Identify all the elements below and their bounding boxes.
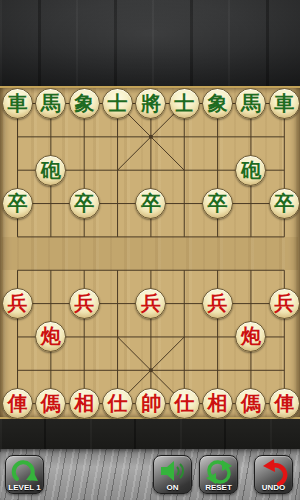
undo-button[interactable]: UNDO [254, 455, 293, 494]
piece-red-soldier-4[interactable]: 兵 [202, 288, 233, 319]
level-button[interactable]: LEVEL 1 [5, 455, 44, 494]
reset-button[interactable]: RESET [199, 455, 238, 494]
level-button-label: LEVEL 1 [6, 483, 43, 492]
reset-button-label: RESET [200, 483, 237, 492]
sound-button[interactable]: ON [153, 455, 192, 494]
xiangqi-app-screen: 車馬象士將士象馬車砲砲卒卒卒卒卒兵兵兵兵兵炮炮俥傌相仕帥仕相傌俥 LEVEL 1… [0, 0, 300, 500]
piece-black-elephant-right[interactable]: 象 [202, 88, 233, 119]
piece-black-soldier-4[interactable]: 卒 [202, 188, 233, 219]
piece-red-soldier-1[interactable]: 兵 [2, 288, 33, 319]
piece-black-chariot-left[interactable]: 車 [2, 88, 33, 119]
piece-red-advisor-left[interactable]: 仕 [102, 388, 133, 419]
refresh-icon [204, 458, 234, 486]
piece-black-chariot-right[interactable]: 車 [269, 88, 300, 119]
piece-red-advisor-right[interactable]: 仕 [169, 388, 200, 419]
piece-black-soldier-5[interactable]: 卒 [269, 188, 300, 219]
redo-arrow-icon [10, 458, 40, 486]
lower-dark-wood-strip [0, 419, 300, 449]
board-grid [0, 88, 300, 417]
piece-red-soldier-2[interactable]: 兵 [69, 288, 100, 319]
piece-red-chariot-left[interactable]: 俥 [2, 388, 33, 419]
piece-red-chariot-right[interactable]: 俥 [269, 388, 300, 419]
piece-black-soldier-1[interactable]: 卒 [2, 188, 33, 219]
control-bar: LEVEL 1 ON RESET UNDO [0, 449, 300, 500]
undo-button-label: UNDO [255, 483, 292, 492]
piece-black-advisor-left[interactable]: 士 [102, 88, 133, 119]
piece-black-cannon-right[interactable]: 砲 [235, 155, 266, 186]
top-wood-panel [0, 0, 300, 86]
sound-button-label: ON [154, 483, 191, 492]
piece-black-elephant-left[interactable]: 象 [69, 88, 100, 119]
piece-red-soldier-5[interactable]: 兵 [269, 288, 300, 319]
piece-black-advisor-right[interactable]: 士 [169, 88, 200, 119]
xiangqi-board[interactable]: 車馬象士將士象馬車砲砲卒卒卒卒卒兵兵兵兵兵炮炮俥傌相仕帥仕相傌俥 [0, 86, 300, 419]
piece-red-elephant-left[interactable]: 相 [69, 388, 100, 419]
speaker-icon [158, 458, 188, 485]
piece-black-cannon-left[interactable]: 砲 [35, 155, 66, 186]
piece-black-soldier-2[interactable]: 卒 [69, 188, 100, 219]
undo-arrow-icon [259, 458, 289, 486]
